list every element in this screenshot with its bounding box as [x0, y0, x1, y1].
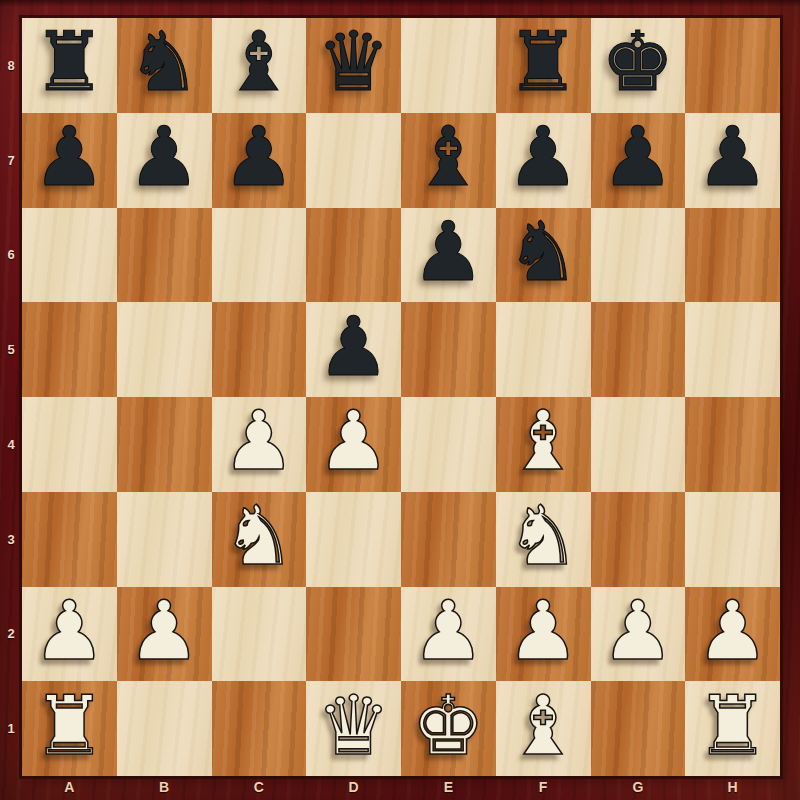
square-c5[interactable] [212, 302, 307, 397]
chess-diagram: 87654321 ♜♞♝♛♜♚♟♟♟♝♟♟♟♟♞♟♟♟♝♞♞♟♟♟♟♟♟♜♛♚♝… [0, 0, 800, 800]
square-c4[interactable]: ♟ [212, 397, 307, 492]
square-e4[interactable] [401, 397, 496, 492]
square-d1[interactable]: ♛ [306, 681, 401, 776]
square-d8[interactable]: ♛ [306, 18, 401, 113]
square-c6[interactable] [212, 208, 307, 303]
square-b6[interactable] [117, 208, 212, 303]
square-c2[interactable] [212, 587, 307, 682]
square-g8[interactable]: ♚ [591, 18, 686, 113]
piece-white-king: ♚ [412, 685, 486, 767]
piece-black-queen: ♛ [317, 21, 391, 103]
file-label-g: G [591, 777, 686, 800]
square-d2[interactable] [306, 587, 401, 682]
piece-black-king: ♚ [601, 21, 675, 103]
rank-label-1: 1 [0, 681, 22, 776]
file-label-f: F [496, 777, 591, 800]
square-g3[interactable] [591, 492, 686, 587]
square-a6[interactable] [22, 208, 117, 303]
square-a3[interactable] [22, 492, 117, 587]
square-c8[interactable]: ♝ [212, 18, 307, 113]
square-d7[interactable] [306, 113, 401, 208]
square-f7[interactable]: ♟ [496, 113, 591, 208]
square-f3[interactable]: ♞ [496, 492, 591, 587]
chess-board: ♜♞♝♛♜♚♟♟♟♝♟♟♟♟♞♟♟♟♝♞♞♟♟♟♟♟♟♜♛♚♝♜ [22, 18, 780, 776]
rank-label-6: 6 [0, 208, 22, 303]
rank-label-2: 2 [0, 587, 22, 682]
square-b1[interactable] [117, 681, 212, 776]
piece-white-pawn: ♟ [601, 590, 675, 672]
rank-label-3: 3 [0, 492, 22, 587]
square-h1[interactable]: ♜ [685, 681, 780, 776]
square-h7[interactable]: ♟ [685, 113, 780, 208]
piece-black-pawn: ♟ [601, 116, 675, 198]
piece-black-bishop: ♝ [222, 21, 296, 103]
square-b3[interactable] [117, 492, 212, 587]
file-label-a: A [22, 777, 117, 800]
rank-label-5: 5 [0, 302, 22, 397]
square-b4[interactable] [117, 397, 212, 492]
file-labels: ABCDEFGH [22, 777, 780, 800]
square-h2[interactable]: ♟ [685, 587, 780, 682]
piece-white-queen: ♛ [317, 685, 391, 767]
square-b2[interactable]: ♟ [117, 587, 212, 682]
piece-black-pawn: ♟ [506, 116, 580, 198]
square-g7[interactable]: ♟ [591, 113, 686, 208]
rank-label-8: 8 [0, 18, 22, 113]
square-f5[interactable] [496, 302, 591, 397]
square-e5[interactable] [401, 302, 496, 397]
rank-label-7: 7 [0, 113, 22, 208]
square-g4[interactable] [591, 397, 686, 492]
piece-black-rook: ♜ [33, 21, 107, 103]
square-f6[interactable]: ♞ [496, 208, 591, 303]
square-h3[interactable] [685, 492, 780, 587]
piece-white-pawn: ♟ [33, 590, 107, 672]
square-h5[interactable] [685, 302, 780, 397]
square-g6[interactable] [591, 208, 686, 303]
square-e8[interactable] [401, 18, 496, 113]
file-label-b: B [117, 777, 212, 800]
piece-white-rook: ♜ [696, 685, 770, 767]
square-e7[interactable]: ♝ [401, 113, 496, 208]
file-label-e: E [401, 777, 496, 800]
piece-black-bishop: ♝ [412, 116, 486, 198]
square-g2[interactable]: ♟ [591, 587, 686, 682]
piece-black-pawn: ♟ [222, 116, 296, 198]
square-a5[interactable] [22, 302, 117, 397]
piece-black-pawn: ♟ [696, 116, 770, 198]
file-label-h: H [685, 777, 780, 800]
square-d6[interactable] [306, 208, 401, 303]
square-a2[interactable]: ♟ [22, 587, 117, 682]
square-a8[interactable]: ♜ [22, 18, 117, 113]
square-c1[interactable] [212, 681, 307, 776]
piece-black-pawn: ♟ [317, 306, 391, 388]
square-c7[interactable]: ♟ [212, 113, 307, 208]
piece-white-bishop: ♝ [506, 400, 580, 482]
square-e6[interactable]: ♟ [401, 208, 496, 303]
square-a4[interactable] [22, 397, 117, 492]
square-f8[interactable]: ♜ [496, 18, 591, 113]
piece-white-pawn: ♟ [696, 590, 770, 672]
square-b5[interactable] [117, 302, 212, 397]
piece-black-pawn: ♟ [127, 116, 201, 198]
square-h4[interactable] [685, 397, 780, 492]
square-e1[interactable]: ♚ [401, 681, 496, 776]
square-g5[interactable] [591, 302, 686, 397]
square-a7[interactable]: ♟ [22, 113, 117, 208]
square-h8[interactable] [685, 18, 780, 113]
piece-white-pawn: ♟ [506, 590, 580, 672]
square-a1[interactable]: ♜ [22, 681, 117, 776]
rank-label-4: 4 [0, 397, 22, 492]
square-e2[interactable]: ♟ [401, 587, 496, 682]
square-f4[interactable]: ♝ [496, 397, 591, 492]
square-g1[interactable] [591, 681, 686, 776]
square-f2[interactable]: ♟ [496, 587, 591, 682]
rank-labels: 87654321 [0, 18, 22, 776]
square-h6[interactable] [685, 208, 780, 303]
square-b8[interactable]: ♞ [117, 18, 212, 113]
file-label-c: C [212, 777, 307, 800]
file-label-d: D [306, 777, 401, 800]
piece-white-rook: ♜ [33, 685, 107, 767]
piece-white-pawn: ♟ [412, 590, 486, 672]
piece-black-pawn: ♟ [33, 116, 107, 198]
square-b7[interactable]: ♟ [117, 113, 212, 208]
piece-white-knight: ♞ [506, 495, 580, 577]
square-d3[interactable] [306, 492, 401, 587]
piece-white-bishop: ♝ [506, 685, 580, 767]
square-d5[interactable]: ♟ [306, 302, 401, 397]
square-f1[interactable]: ♝ [496, 681, 591, 776]
piece-white-knight: ♞ [222, 495, 296, 577]
piece-white-pawn: ♟ [127, 590, 201, 672]
piece-white-pawn: ♟ [317, 400, 391, 482]
piece-black-pawn: ♟ [412, 211, 486, 293]
square-d4[interactable]: ♟ [306, 397, 401, 492]
square-e3[interactable] [401, 492, 496, 587]
piece-white-pawn: ♟ [222, 400, 296, 482]
piece-black-knight: ♞ [506, 211, 580, 293]
piece-black-knight: ♞ [127, 21, 201, 103]
piece-black-rook: ♜ [506, 21, 580, 103]
square-c3[interactable]: ♞ [212, 492, 307, 587]
